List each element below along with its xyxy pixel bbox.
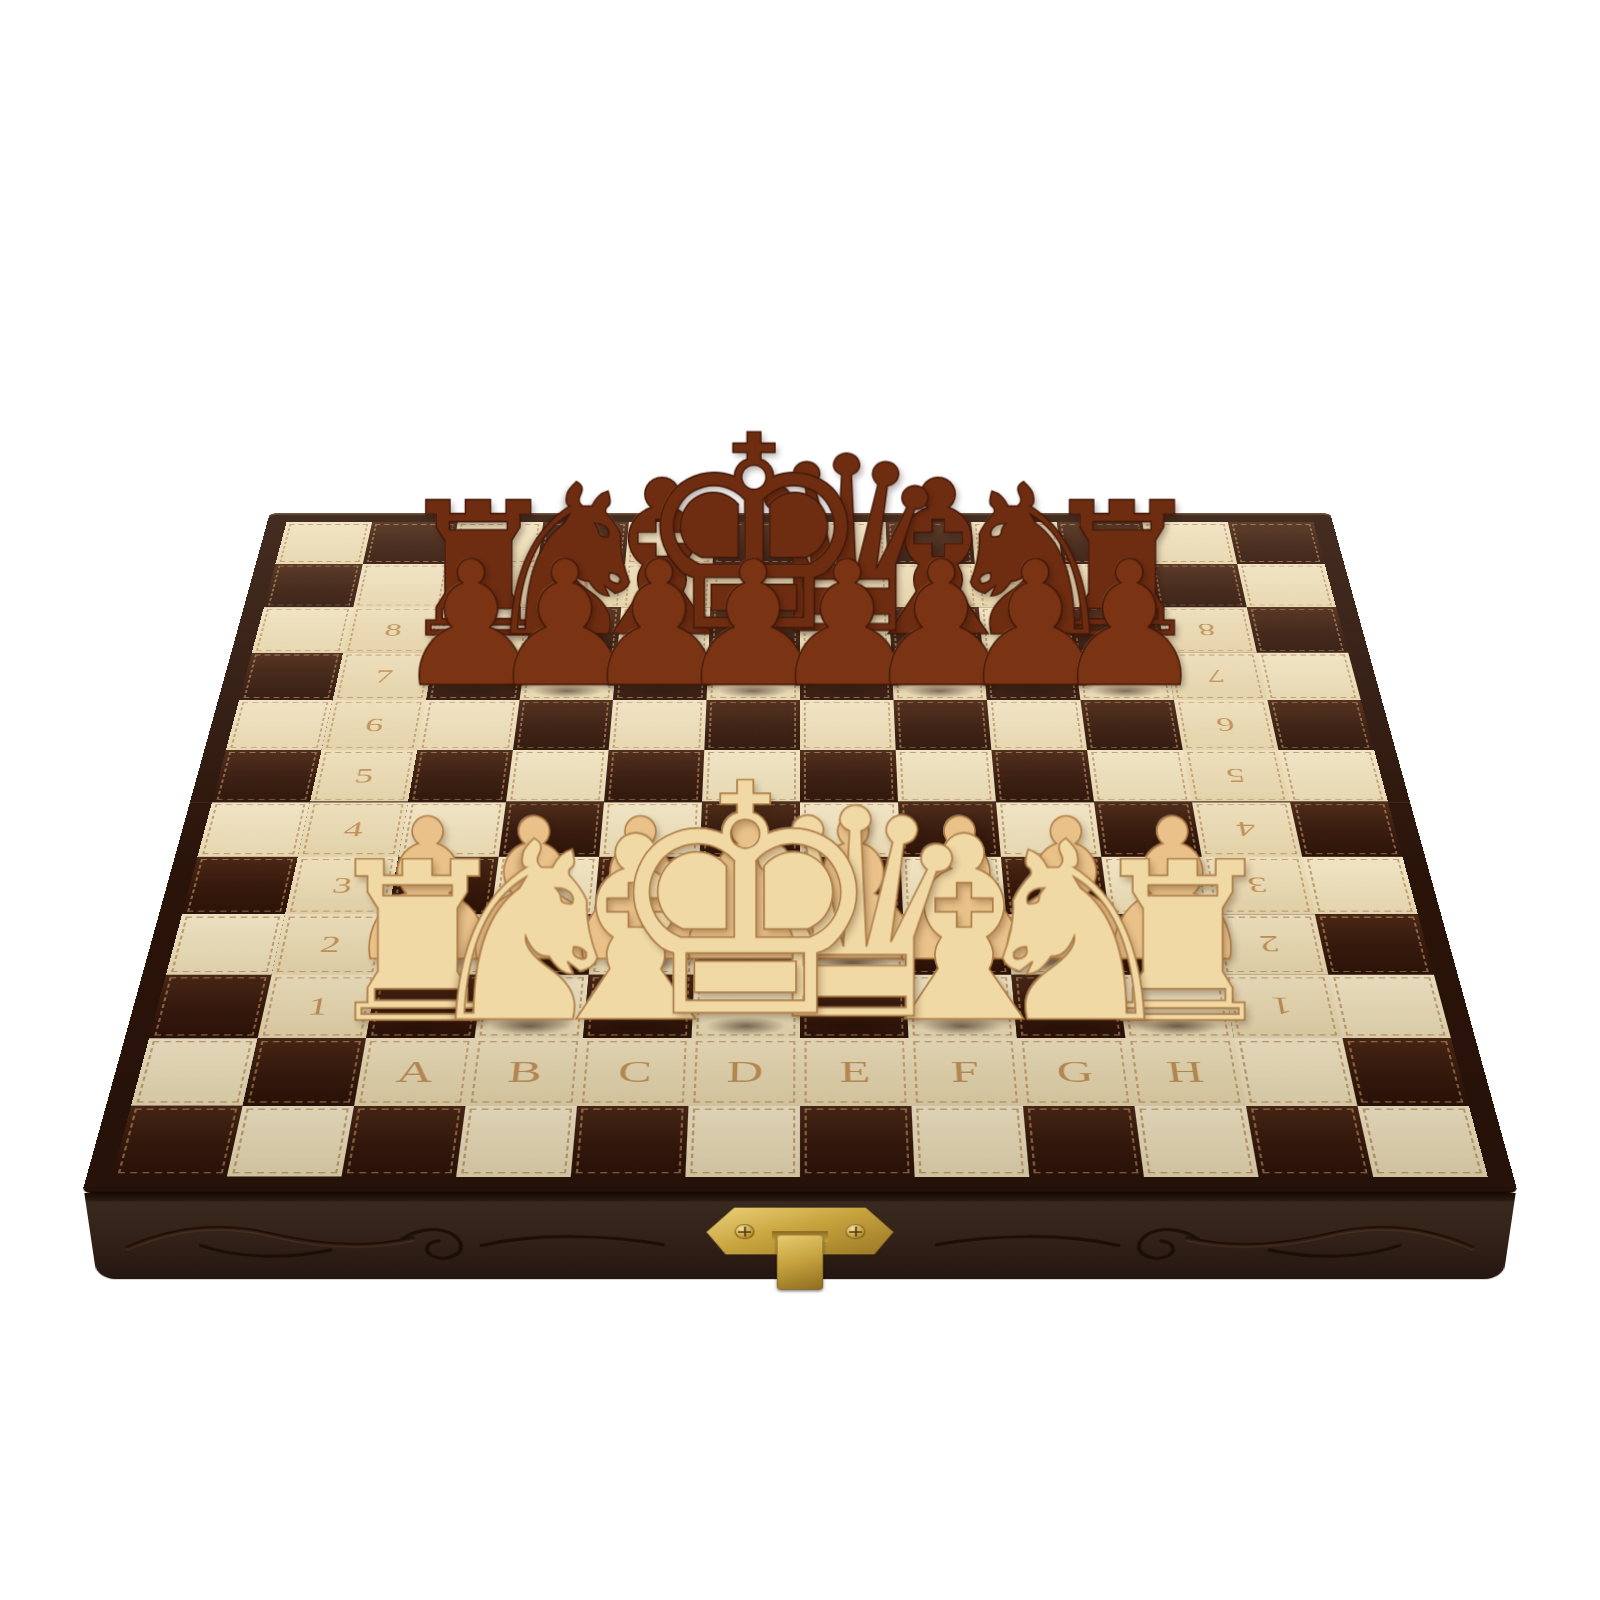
box-front-face [84, 1193, 1515, 1279]
outer-ring-cell [166, 914, 285, 974]
outer-ring-cell [1237, 564, 1336, 607]
outer-ring-cell [341, 1106, 465, 1177]
outer-ring-cell [252, 607, 353, 652]
outer-ring-cell [112, 1106, 242, 1177]
outer-ring-cell [239, 653, 343, 700]
outer-ring-cell [1302, 857, 1418, 914]
piece-white-king-d1[interactable]: ♚ [602, 746, 888, 1065]
outer-ring-cell [1257, 653, 1361, 700]
outer-ring-cell [227, 1106, 354, 1177]
brass-clasp [706, 1208, 894, 1255]
board-grid: ABCDEFGH8♜♞♝♚♛♝♞♜87♟♟♟♟♟♟♟♟7665544332♟♟♟… [112, 522, 1488, 1176]
clasp-tongue [777, 1235, 824, 1290]
chess-board: ABCDEFGH8♜♞♝♚♛♝♞♜87♟♟♟♟♟♟♟♟7665544332♟♟♟… [82, 513, 1518, 1193]
outer-ring-cell [212, 750, 322, 802]
square-h7[interactable]: ♟ [1074, 653, 1174, 700]
outer-ring-cell [1228, 522, 1325, 564]
outer-ring-cell [571, 1106, 689, 1177]
clasp-screw-right-icon [845, 1224, 865, 1239]
outer-ring-cell [911, 1106, 1029, 1177]
outer-ring-cell [1247, 607, 1348, 652]
board-surface: ABCDEFGH8♜♞♝♚♛♝♞♜87♟♟♟♟♟♟♟♟7665544332♟♟♟… [82, 513, 1518, 1193]
outer-ring-cell [1134, 1106, 1258, 1177]
outer-ring-cell [226, 700, 333, 750]
outer-ring-cell [149, 975, 272, 1039]
outer-ring-cell [1267, 700, 1374, 750]
outer-ring-cell [800, 1106, 915, 1177]
outer-ring-cell [1328, 975, 1451, 1039]
outer-ring-cell [264, 564, 363, 607]
scene: ABCDEFGH8♜♞♝♚♛♝♞♜87♟♟♟♟♟♟♟♟7665544332♟♟♟… [0, 0, 1600, 1600]
square-d1[interactable]: ♚ [692, 975, 800, 1039]
outer-ring-cell [1315, 914, 1434, 974]
clasp-screw-left-icon [735, 1224, 755, 1239]
outer-ring-cell [1278, 750, 1388, 802]
piece-black-pawn-h7[interactable]: ♟ [1052, 540, 1207, 713]
outer-ring-cell [131, 1038, 257, 1105]
outer-ring-cell [1357, 1106, 1487, 1177]
outer-ring-cell [1290, 802, 1403, 857]
outer-ring-cell [1246, 1106, 1373, 1177]
outer-ring-cell [197, 802, 310, 857]
outer-ring-cell [275, 522, 372, 564]
outer-ring-cell [1023, 1106, 1144, 1177]
outer-ring-cell [1342, 1038, 1468, 1105]
outer-ring-cell [685, 1106, 800, 1177]
outer-ring-cell [182, 857, 298, 914]
outer-ring-cell [456, 1106, 577, 1177]
